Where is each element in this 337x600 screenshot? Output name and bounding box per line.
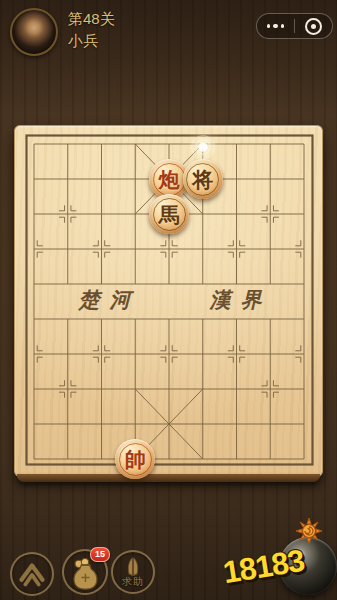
piece-glyph: 炮 [159,169,180,190]
coins-button[interactable]: 15 [62,549,108,595]
header: 第48关 小兵 [0,0,337,60]
logo-18183: 18183 [219,517,337,595]
move-indicator-dot [197,141,209,153]
help-button[interactable]: 求助 [111,550,155,594]
player-name: 小兵 [68,33,115,48]
miniprogram-capsule [256,13,333,39]
piece-glyph: 馬 [159,204,180,225]
piece-black-general[interactable]: 将 [183,159,223,199]
xiangqi-board[interactable]: 楚河漢界 炮将馬帥 [14,125,323,477]
app-screen: 第48关 小兵 楚河漢界 炮将馬帥 [0,0,337,600]
pieces-layer: 炮将馬帥 [15,126,322,476]
target-circle-icon [305,18,322,35]
piece-red-general[interactable]: 帥 [115,439,155,479]
three-dots-icon [267,24,285,29]
piece-black-horse[interactable]: 馬 [149,194,189,234]
exit-button[interactable] [295,14,332,38]
help-label: 求助 [122,575,144,589]
level-title: 第48关 [68,11,115,26]
coins-badge: 15 [90,547,110,562]
more-button[interactable] [257,14,294,38]
header-titles: 第48关 小兵 [68,11,115,48]
chevron-up-icon [12,554,52,594]
piece-glyph: 帥 [125,449,146,470]
collapse-button[interactable] [10,552,54,596]
logo-sun-icon [295,517,323,545]
avatar[interactable] [10,8,58,56]
piece-glyph: 将 [192,169,213,190]
